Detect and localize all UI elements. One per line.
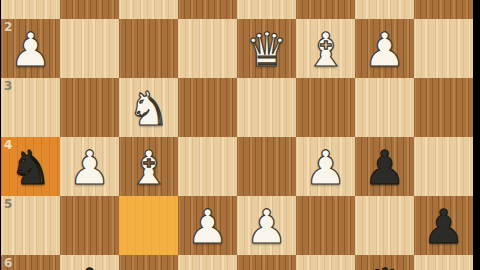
square-h6[interactable]: 6 — [1, 255, 60, 270]
square-b5[interactable] — [355, 196, 414, 255]
video-frame: 12♟♛♝♟3♞4♞♟♝♟♟5♟♟♟6♟♛7♟♜♟8 — [0, 0, 480, 270]
rank-label-5: 5 — [4, 197, 12, 211]
square-f1[interactable] — [119, 0, 178, 19]
rank-label-3: 3 — [4, 79, 12, 93]
square-g2[interactable] — [60, 19, 119, 78]
square-c3[interactable] — [296, 78, 355, 137]
square-e5[interactable]: ♟ — [178, 196, 237, 255]
black-knight[interactable]: ♞ — [1, 137, 60, 196]
white-pawn[interactable]: ♟ — [60, 137, 119, 196]
square-a5[interactable]: ♟ — [414, 196, 473, 255]
square-a6[interactable] — [414, 255, 473, 270]
square-h3[interactable]: 3 — [1, 78, 60, 137]
square-g4[interactable]: ♟ — [60, 137, 119, 196]
square-d1[interactable] — [237, 0, 296, 19]
square-f3[interactable]: ♞ — [119, 78, 178, 137]
square-f5[interactable] — [119, 196, 178, 255]
square-d3[interactable] — [237, 78, 296, 137]
square-f4[interactable]: ♝ — [119, 137, 178, 196]
square-d5[interactable]: ♟ — [237, 196, 296, 255]
square-g5[interactable] — [60, 196, 119, 255]
square-a4[interactable] — [414, 137, 473, 196]
square-a1[interactable] — [414, 0, 473, 19]
square-b6[interactable]: ♛ — [355, 255, 414, 270]
square-e3[interactable] — [178, 78, 237, 137]
square-e2[interactable] — [178, 19, 237, 78]
square-h1[interactable]: 1 — [1, 0, 60, 19]
square-d2[interactable]: ♛ — [237, 19, 296, 78]
square-f6[interactable] — [119, 255, 178, 270]
square-d6[interactable] — [237, 255, 296, 270]
square-g6[interactable]: ♟ — [60, 255, 119, 270]
black-pawn[interactable]: ♟ — [414, 196, 473, 255]
square-c6[interactable] — [296, 255, 355, 270]
white-knight[interactable]: ♞ — [119, 78, 178, 137]
white-pawn[interactable]: ♟ — [355, 19, 414, 78]
square-b4[interactable]: ♟ — [355, 137, 414, 196]
square-h5[interactable]: 5 — [1, 196, 60, 255]
white-pawn[interactable]: ♟ — [296, 137, 355, 196]
white-pawn[interactable]: ♟ — [1, 19, 60, 78]
rank-label-6: 6 — [4, 256, 12, 270]
square-g3[interactable] — [60, 78, 119, 137]
white-bishop[interactable]: ♝ — [119, 137, 178, 196]
square-a2[interactable] — [414, 19, 473, 78]
white-pawn[interactable]: ♟ — [237, 196, 296, 255]
square-e1[interactable] — [178, 0, 237, 19]
square-b3[interactable] — [355, 78, 414, 137]
black-queen[interactable]: ♛ — [355, 255, 414, 270]
black-pawn[interactable]: ♟ — [60, 255, 119, 270]
square-d4[interactable] — [237, 137, 296, 196]
square-e6[interactable] — [178, 255, 237, 270]
black-pawn[interactable]: ♟ — [355, 137, 414, 196]
square-b1[interactable] — [355, 0, 414, 19]
square-e4[interactable] — [178, 137, 237, 196]
square-h2[interactable]: 2♟ — [1, 19, 60, 78]
square-c1[interactable] — [296, 0, 355, 19]
square-c4[interactable]: ♟ — [296, 137, 355, 196]
square-h4[interactable]: 4♞ — [1, 137, 60, 196]
white-pawn[interactable]: ♟ — [178, 196, 237, 255]
chess-board: 12♟♛♝♟3♞4♞♟♝♟♟5♟♟♟6♟♛7♟♜♟8 — [1, 0, 473, 270]
square-b2[interactable]: ♟ — [355, 19, 414, 78]
square-c5[interactable] — [296, 196, 355, 255]
white-queen[interactable]: ♛ — [237, 19, 296, 78]
square-f2[interactable] — [119, 19, 178, 78]
square-c2[interactable]: ♝ — [296, 19, 355, 78]
letterbox-left — [0, 0, 1, 270]
square-a3[interactable] — [414, 78, 473, 137]
letterbox-right — [473, 0, 480, 270]
square-g1[interactable] — [60, 0, 119, 19]
white-bishop[interactable]: ♝ — [296, 19, 355, 78]
